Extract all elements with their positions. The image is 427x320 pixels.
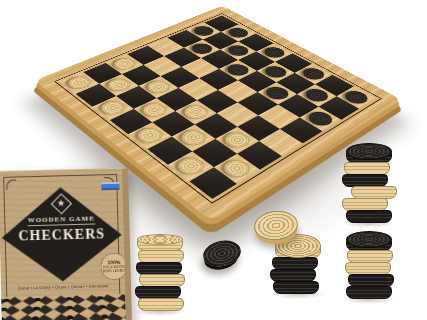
black-checker-side (346, 210, 392, 223)
product-photo: ★ WOODEN GAME CHECKERS Dame • La Dame • … (0, 0, 427, 320)
box-product-image (0, 294, 132, 320)
wood-badge-line: BOIS LEGNO (103, 269, 125, 274)
star-icon: ★ (50, 193, 71, 214)
box-brand-line: WOODEN GAME (28, 214, 95, 226)
wood-checker-top (137, 234, 183, 245)
black-checker-top (346, 231, 392, 248)
wood-checker-side (138, 298, 184, 311)
product-box: ★ WOODEN GAME CHECKERS Dame • La Dame • … (0, 168, 132, 320)
stack-right-top (346, 151, 392, 223)
black-checker-top (346, 143, 392, 160)
stack-by-box (137, 239, 183, 311)
wood-badge: 100% HOLZ WOOD BOIS LEGNO (100, 253, 128, 281)
blue-sticker (101, 182, 119, 190)
corner-flourish-icon (6, 180, 16, 190)
black-checker-side (346, 286, 392, 299)
box-title: CHECKERS (18, 226, 105, 244)
stack-center (275, 246, 321, 294)
black-checker-side (273, 281, 319, 294)
stack-right-bottom (346, 239, 392, 299)
